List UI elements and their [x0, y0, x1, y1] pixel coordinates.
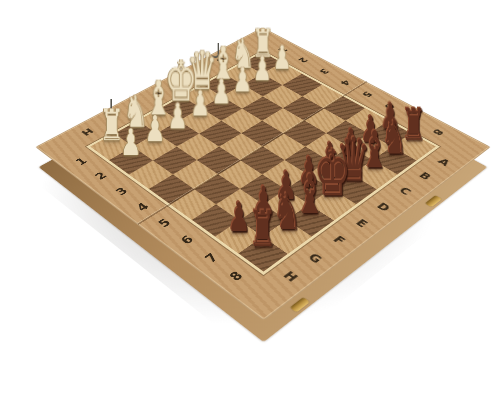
square-h4[interactable] [149, 174, 195, 204]
piece-white-pawn-h2[interactable]: ♟ [117, 114, 146, 161]
chess-set-scene: ABCDEFGH ABCDEFGH 87654321 87654321 ♜♞♝♛… [0, 0, 500, 400]
square-h2[interactable]: ♟ [109, 147, 153, 175]
piece-black-rook-h8[interactable]: ♜ [247, 202, 280, 254]
photo-canvas: ABCDEFGH ABCDEFGH 87654321 87654321 ♜♞♝♛… [0, 0, 500, 400]
chess-board: ABCDEFGH ABCDEFGH 87654321 87654321 ♜♞♝♛… [35, 27, 490, 320]
square-h5[interactable] [170, 189, 216, 220]
board-top-face: ABCDEFGH ABCDEFGH 87654321 87654321 ♜♞♝♛… [35, 27, 490, 320]
